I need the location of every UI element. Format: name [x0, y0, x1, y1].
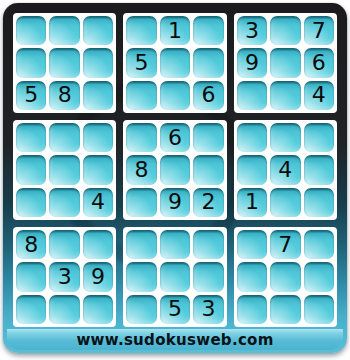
- cell-r9c5[interactable]: 5: [160, 295, 190, 324]
- cell-r9c9[interactable]: [304, 295, 334, 324]
- cell-r6c1[interactable]: [16, 188, 46, 217]
- cell-r5c7[interactable]: [237, 155, 267, 184]
- box-3-1: 839: [13, 227, 116, 327]
- cell-r9c8[interactable]: [270, 295, 300, 324]
- cell-r5c1[interactable]: [16, 155, 46, 184]
- cell-r4c8[interactable]: [270, 123, 300, 152]
- cell-r8c8[interactable]: [270, 262, 300, 291]
- cell-r9c4[interactable]: [126, 295, 156, 324]
- cell-r9c6[interactable]: 3: [193, 295, 223, 324]
- cell-r5c4[interactable]: 8: [126, 155, 156, 184]
- box-1-3: 37964: [234, 13, 337, 113]
- cell-r4c7[interactable]: [237, 123, 267, 152]
- cell-r5c9[interactable]: [304, 155, 334, 184]
- cell-r1c6[interactable]: [193, 16, 223, 45]
- cell-r2c2[interactable]: [49, 48, 79, 77]
- cell-r7c8[interactable]: 7: [270, 230, 300, 259]
- box-3-3: 7: [234, 227, 337, 327]
- cell-r5c5[interactable]: [160, 155, 190, 184]
- cell-r1c7[interactable]: 3: [237, 16, 267, 45]
- cell-r2c6[interactable]: [193, 48, 223, 77]
- cell-r8c5[interactable]: [160, 262, 190, 291]
- box-2-1: 4: [13, 120, 116, 220]
- cell-r2c7[interactable]: 9: [237, 48, 267, 77]
- cell-r3c9[interactable]: 4: [304, 81, 334, 110]
- cell-r6c7[interactable]: 1: [237, 188, 267, 217]
- cell-r3c7[interactable]: [237, 81, 267, 110]
- cell-r7c7[interactable]: [237, 230, 267, 259]
- cell-r3c4[interactable]: [126, 81, 156, 110]
- cell-r5c6[interactable]: [193, 155, 223, 184]
- box-3-2: 53: [123, 227, 226, 327]
- cell-r7c9[interactable]: [304, 230, 334, 259]
- cell-r5c2[interactable]: [49, 155, 79, 184]
- cell-r2c5[interactable]: [160, 48, 190, 77]
- cell-r1c3[interactable]: [83, 16, 113, 45]
- cell-r2c9[interactable]: 6: [304, 48, 334, 77]
- box-1-1: 58: [13, 13, 116, 113]
- cell-r3c5[interactable]: [160, 81, 190, 110]
- cell-r9c7[interactable]: [237, 295, 267, 324]
- cell-r7c1[interactable]: 8: [16, 230, 46, 259]
- cell-r6c6[interactable]: 2: [193, 188, 223, 217]
- cell-r3c2[interactable]: 8: [49, 81, 79, 110]
- cell-r3c3[interactable]: [83, 81, 113, 110]
- cell-r1c4[interactable]: [126, 16, 156, 45]
- cell-r7c2[interactable]: [49, 230, 79, 259]
- site-url: www.sudokusweb.com: [76, 331, 273, 349]
- cell-r6c5[interactable]: 9: [160, 188, 190, 217]
- cell-r1c9[interactable]: 7: [304, 16, 334, 45]
- sudoku-grid: 58156379644689241839537: [13, 13, 337, 327]
- site-footer-bar: www.sudokusweb.com: [7, 329, 343, 350]
- cell-r8c2[interactable]: 3: [49, 262, 79, 291]
- box-1-2: 156: [123, 13, 226, 113]
- cell-r5c3[interactable]: [83, 155, 113, 184]
- cell-r6c8[interactable]: [270, 188, 300, 217]
- cell-r8c3[interactable]: 9: [83, 262, 113, 291]
- cell-r2c8[interactable]: [270, 48, 300, 77]
- cell-r8c7[interactable]: [237, 262, 267, 291]
- cell-r8c6[interactable]: [193, 262, 223, 291]
- cell-r4c5[interactable]: 6: [160, 123, 190, 152]
- cell-r8c1[interactable]: [16, 262, 46, 291]
- cell-r6c3[interactable]: 4: [83, 188, 113, 217]
- cell-r8c9[interactable]: [304, 262, 334, 291]
- cell-r4c2[interactable]: [49, 123, 79, 152]
- cell-r7c6[interactable]: [193, 230, 223, 259]
- cell-r2c4[interactable]: 5: [126, 48, 156, 77]
- cell-r6c9[interactable]: [304, 188, 334, 217]
- cell-r2c3[interactable]: [83, 48, 113, 77]
- cell-r1c5[interactable]: 1: [160, 16, 190, 45]
- sudoku-board: 58156379644689241839537 www.sudokusweb.c…: [3, 3, 347, 353]
- cell-r9c2[interactable]: [49, 295, 79, 324]
- cell-r5c8[interactable]: 4: [270, 155, 300, 184]
- cell-r3c8[interactable]: [270, 81, 300, 110]
- cell-r7c5[interactable]: [160, 230, 190, 259]
- box-2-2: 6892: [123, 120, 226, 220]
- cell-r6c4[interactable]: [126, 188, 156, 217]
- cell-r1c8[interactable]: [270, 16, 300, 45]
- cell-r1c1[interactable]: [16, 16, 46, 45]
- cell-r3c1[interactable]: 5: [16, 81, 46, 110]
- cell-r4c1[interactable]: [16, 123, 46, 152]
- cell-r3c6[interactable]: 6: [193, 81, 223, 110]
- cell-r4c6[interactable]: [193, 123, 223, 152]
- box-2-3: 41: [234, 120, 337, 220]
- sudoku-page: 58156379644689241839537 www.sudokusweb.c…: [0, 0, 350, 360]
- cell-r8c4[interactable]: [126, 262, 156, 291]
- cell-r9c3[interactable]: [83, 295, 113, 324]
- cell-r2c1[interactable]: [16, 48, 46, 77]
- cell-r7c3[interactable]: [83, 230, 113, 259]
- cell-r1c2[interactable]: [49, 16, 79, 45]
- cell-r4c3[interactable]: [83, 123, 113, 152]
- cell-r4c9[interactable]: [304, 123, 334, 152]
- cell-r9c1[interactable]: [16, 295, 46, 324]
- cell-r6c2[interactable]: [49, 188, 79, 217]
- cell-r7c4[interactable]: [126, 230, 156, 259]
- cell-r4c4[interactable]: [126, 123, 156, 152]
